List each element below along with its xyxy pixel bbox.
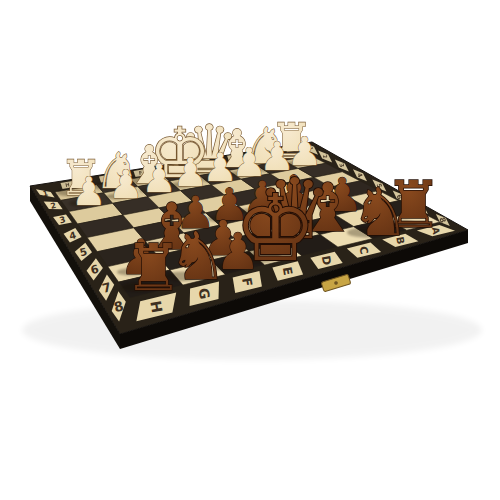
floor-shadow bbox=[22, 300, 482, 360]
piece-wp-h2: ♟ bbox=[71, 169, 106, 214]
piece-br-h8: ♜ bbox=[124, 230, 182, 305]
chess-set-photo-svg: 12345678HGFEDCBA12345678HGFEDCBA♜♞♝♛♚♝♞♜… bbox=[0, 0, 500, 500]
product-photo: Wooden folding chess set, perspective pr… bbox=[0, 0, 500, 500]
piece-wp-g2: ♟ bbox=[108, 162, 143, 207]
piece-bn-b8: ♞ bbox=[350, 174, 409, 251]
